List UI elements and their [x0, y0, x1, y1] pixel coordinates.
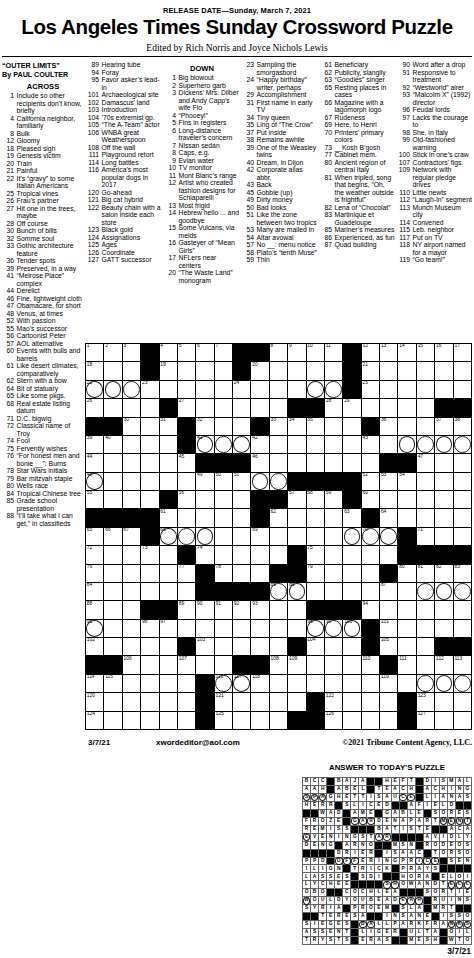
- grid-cell[interactable]: 9: [288, 344, 305, 361]
- grid-cell[interactable]: [435, 454, 452, 471]
- grid-cell[interactable]: [288, 693, 305, 710]
- grid-cell[interactable]: 26: [86, 399, 103, 416]
- grid-cell[interactable]: 41: [196, 436, 213, 453]
- grid-cell[interactable]: [343, 528, 360, 545]
- grid-cell[interactable]: 125: [215, 712, 232, 729]
- grid-cell[interactable]: [288, 509, 305, 526]
- grid-cell[interactable]: [196, 656, 213, 673]
- grid-cell[interactable]: 39: [86, 436, 103, 453]
- grid-cell[interactable]: [362, 693, 379, 710]
- grid-cell[interactable]: 68: [160, 528, 177, 545]
- grid-cell[interactable]: [454, 583, 471, 600]
- grid-cell[interactable]: [417, 620, 434, 637]
- grid-cell[interactable]: 102: [86, 638, 103, 655]
- grid-cell[interactable]: [160, 473, 177, 490]
- grid-cell[interactable]: [270, 436, 287, 453]
- grid-cell[interactable]: 98: [307, 620, 324, 637]
- grid-cell[interactable]: [417, 381, 434, 398]
- grid-cell[interactable]: [380, 546, 397, 563]
- grid-cell[interactable]: 44: [86, 454, 103, 471]
- grid-cell[interactable]: [270, 712, 287, 729]
- grid-cell[interactable]: 67: [123, 528, 140, 545]
- grid-cell[interactable]: [435, 436, 452, 453]
- grid-cell[interactable]: 19: [160, 362, 177, 379]
- grid-cell[interactable]: 36: [380, 418, 397, 435]
- grid-cell[interactable]: 120: [86, 693, 103, 710]
- grid-cell[interactable]: [380, 362, 397, 379]
- grid-cell[interactable]: [251, 693, 268, 710]
- grid-cell[interactable]: [435, 620, 452, 637]
- grid-cell[interactable]: [196, 399, 213, 416]
- grid-cell[interactable]: 61: [160, 509, 177, 526]
- grid-cell[interactable]: [160, 381, 177, 398]
- grid-cell[interactable]: 72: [86, 546, 103, 563]
- grid-cell[interactable]: [233, 565, 250, 582]
- grid-cell[interactable]: [215, 546, 232, 563]
- grid-cell[interactable]: [307, 436, 324, 453]
- grid-cell[interactable]: [141, 693, 158, 710]
- grid-cell[interactable]: 1: [86, 344, 103, 361]
- grid-cell[interactable]: [398, 362, 415, 379]
- grid-cell[interactable]: [178, 675, 195, 692]
- grid-cell[interactable]: 97: [160, 620, 177, 637]
- grid-cell[interactable]: 86: [288, 583, 305, 600]
- grid-cell[interactable]: 79: [307, 565, 324, 582]
- grid-cell[interactable]: [104, 601, 121, 618]
- grid-cell[interactable]: 24: [233, 381, 250, 398]
- grid-cell[interactable]: [270, 473, 287, 490]
- grid-cell[interactable]: [104, 362, 121, 379]
- grid-cell[interactable]: [141, 454, 158, 471]
- grid-cell[interactable]: [141, 565, 158, 582]
- grid-cell[interactable]: [380, 693, 397, 710]
- grid-cell[interactable]: [454, 509, 471, 526]
- grid-cell[interactable]: [343, 712, 360, 729]
- grid-cell[interactable]: 38: [454, 418, 471, 435]
- grid-cell[interactable]: [417, 675, 434, 692]
- grid-cell[interactable]: 113: [454, 656, 471, 673]
- grid-cell[interactable]: 111: [398, 656, 415, 673]
- grid-cell[interactable]: [288, 362, 305, 379]
- grid-cell[interactable]: [160, 712, 177, 729]
- grid-cell[interactable]: 112: [435, 656, 452, 673]
- grid-cell[interactable]: [196, 362, 213, 379]
- grid-cell[interactable]: [398, 638, 415, 655]
- grid-cell[interactable]: [215, 509, 232, 526]
- grid-cell[interactable]: [454, 620, 471, 637]
- grid-cell[interactable]: 90: [196, 601, 213, 618]
- grid-cell[interactable]: [288, 381, 305, 398]
- grid-cell[interactable]: 119: [380, 675, 397, 692]
- grid-cell[interactable]: 77: [178, 565, 195, 582]
- grid-cell[interactable]: [270, 362, 287, 379]
- grid-cell[interactable]: [196, 509, 213, 526]
- grid-cell[interactable]: 80: [398, 565, 415, 582]
- grid-cell[interactable]: [398, 491, 415, 508]
- grid-cell[interactable]: [307, 675, 324, 692]
- grid-cell[interactable]: 95: [86, 620, 103, 637]
- grid-cell[interactable]: [270, 546, 287, 563]
- grid-cell[interactable]: [123, 675, 140, 692]
- grid-cell[interactable]: 101: [380, 620, 397, 637]
- grid-cell[interactable]: [123, 491, 140, 508]
- grid-cell[interactable]: [123, 712, 140, 729]
- grid-cell[interactable]: [417, 473, 434, 490]
- grid-cell[interactable]: [178, 509, 195, 526]
- grid-cell[interactable]: [307, 381, 324, 398]
- grid-cell[interactable]: [398, 601, 415, 618]
- grid-cell[interactable]: [196, 620, 213, 637]
- grid-cell[interactable]: [380, 491, 397, 508]
- grid-cell[interactable]: [196, 528, 213, 545]
- grid-cell[interactable]: [435, 601, 452, 618]
- grid-cell[interactable]: 31: [160, 418, 177, 435]
- grid-cell[interactable]: 76: [86, 565, 103, 582]
- grid-cell[interactable]: 10: [307, 344, 324, 361]
- grid-cell[interactable]: [123, 620, 140, 637]
- grid-cell[interactable]: [362, 399, 379, 416]
- grid-cell[interactable]: [104, 454, 121, 471]
- grid-cell[interactable]: 56: [178, 491, 195, 508]
- grid-cell[interactable]: [160, 583, 177, 600]
- grid-cell[interactable]: 17: [454, 344, 471, 361]
- grid-cell[interactable]: [270, 620, 287, 637]
- grid-cell[interactable]: 5: [178, 344, 195, 361]
- grid-cell[interactable]: [270, 454, 287, 471]
- grid-cell[interactable]: [325, 583, 342, 600]
- grid-cell[interactable]: 81: [417, 565, 434, 582]
- grid-cell[interactable]: 83: [454, 565, 471, 582]
- grid-cell[interactable]: [454, 381, 471, 398]
- grid-cell[interactable]: [398, 418, 415, 435]
- grid-cell[interactable]: 49: [196, 473, 213, 490]
- grid-cell[interactable]: [417, 509, 434, 526]
- grid-cell[interactable]: [454, 454, 471, 471]
- grid-cell[interactable]: 57: [288, 491, 305, 508]
- grid-cell[interactable]: [435, 712, 452, 729]
- grid-cell[interactable]: 58: [307, 491, 324, 508]
- grid-cell[interactable]: [178, 362, 195, 379]
- grid-cell[interactable]: [288, 601, 305, 618]
- grid-cell[interactable]: [454, 473, 471, 490]
- grid-cell[interactable]: [454, 675, 471, 692]
- grid-cell[interactable]: [307, 454, 324, 471]
- grid-cell[interactable]: [325, 436, 342, 453]
- grid-cell[interactable]: 70: [362, 528, 379, 545]
- grid-cell[interactable]: [196, 381, 213, 398]
- grid-cell[interactable]: [141, 712, 158, 729]
- grid-cell[interactable]: 63: [343, 509, 360, 526]
- grid-cell[interactable]: 23: [141, 381, 158, 398]
- grid-cell[interactable]: [417, 638, 434, 655]
- grid-cell[interactable]: [325, 362, 342, 379]
- grid-cell[interactable]: [435, 509, 452, 526]
- grid-cell[interactable]: [417, 418, 434, 435]
- grid-cell[interactable]: [454, 712, 471, 729]
- grid-cell[interactable]: [123, 473, 140, 490]
- grid-cell[interactable]: [307, 509, 324, 526]
- grid-cell[interactable]: [343, 583, 360, 600]
- grid-cell[interactable]: [325, 638, 342, 655]
- grid-cell[interactable]: 52: [362, 473, 379, 490]
- grid-cell[interactable]: [454, 528, 471, 545]
- grid-cell[interactable]: [288, 675, 305, 692]
- grid-cell[interactable]: [215, 491, 232, 508]
- grid-cell[interactable]: [307, 583, 324, 600]
- grid-cell[interactable]: 35: [307, 418, 324, 435]
- grid-cell[interactable]: [233, 399, 250, 416]
- grid-cell[interactable]: [160, 546, 177, 563]
- grid-cell[interactable]: [398, 381, 415, 398]
- grid-cell[interactable]: 55: [86, 491, 103, 508]
- grid-cell[interactable]: [325, 509, 342, 526]
- grid-cell[interactable]: [270, 601, 287, 618]
- grid-cell[interactable]: 71: [417, 528, 434, 545]
- grid-cell[interactable]: [251, 712, 268, 729]
- grid-cell[interactable]: [215, 436, 232, 453]
- grid-cell[interactable]: [178, 583, 195, 600]
- grid-cell[interactable]: [362, 565, 379, 582]
- grid-cell[interactable]: [104, 583, 121, 600]
- grid-cell[interactable]: 82: [435, 565, 452, 582]
- grid-cell[interactable]: [362, 675, 379, 692]
- grid-cell[interactable]: 42: [251, 436, 268, 453]
- grid-cell[interactable]: [215, 418, 232, 435]
- grid-cell[interactable]: [160, 638, 177, 655]
- grid-cell[interactable]: [343, 656, 360, 673]
- grid-cell[interactable]: [160, 436, 177, 453]
- grid-cell[interactable]: 116: [215, 675, 232, 692]
- grid-cell[interactable]: [251, 620, 268, 637]
- grid-cell[interactable]: [123, 583, 140, 600]
- grid-cell[interactable]: [288, 528, 305, 545]
- grid-cell[interactable]: 33: [270, 418, 287, 435]
- grid-cell[interactable]: 53: [380, 473, 397, 490]
- grid-cell[interactable]: [362, 454, 379, 471]
- grid-cell[interactable]: 34: [288, 418, 305, 435]
- grid-cell[interactable]: 74: [196, 546, 213, 563]
- grid-cell[interactable]: [398, 436, 415, 453]
- grid-cell[interactable]: [104, 546, 121, 563]
- grid-cell[interactable]: [380, 601, 397, 618]
- grid-cell[interactable]: [380, 436, 397, 453]
- grid-cell[interactable]: 30: [123, 418, 140, 435]
- grid-cell[interactable]: 121: [215, 693, 232, 710]
- grid-cell[interactable]: [362, 712, 379, 729]
- grid-cell[interactable]: [141, 638, 158, 655]
- grid-cell[interactable]: [104, 693, 121, 710]
- grid-cell[interactable]: [123, 601, 140, 618]
- grid-cell[interactable]: 22: [86, 381, 103, 398]
- grid-cell[interactable]: 29: [343, 399, 360, 416]
- grid-cell[interactable]: [325, 528, 342, 545]
- grid-cell[interactable]: 110: [362, 656, 379, 673]
- grid-cell[interactable]: 96: [141, 620, 158, 637]
- grid-cell[interactable]: [251, 546, 268, 563]
- grid-cell[interactable]: 91: [215, 601, 232, 618]
- grid-cell[interactable]: [123, 436, 140, 453]
- grid-cell[interactable]: [343, 565, 360, 582]
- grid-cell[interactable]: 43: [362, 436, 379, 453]
- grid-cell[interactable]: 88: [86, 601, 103, 618]
- grid-cell[interactable]: 3: [123, 344, 140, 361]
- grid-cell[interactable]: [123, 638, 140, 655]
- grid-cell[interactable]: [178, 473, 195, 490]
- grid-cell[interactable]: [435, 381, 452, 398]
- grid-cell[interactable]: [417, 399, 434, 416]
- grid-cell[interactable]: [325, 454, 342, 471]
- grid-cell[interactable]: 107: [178, 656, 195, 673]
- grid-cell[interactable]: [417, 362, 434, 379]
- grid-cell[interactable]: 28: [325, 399, 342, 416]
- grid-cell[interactable]: [288, 454, 305, 471]
- grid-cell[interactable]: [398, 399, 415, 416]
- grid-cell[interactable]: [362, 583, 379, 600]
- grid-cell[interactable]: 89: [178, 601, 195, 618]
- grid-cell[interactable]: 6: [196, 344, 213, 361]
- grid-cell[interactable]: [233, 712, 250, 729]
- grid-cell[interactable]: 106: [123, 656, 140, 673]
- grid-cell[interactable]: [160, 565, 177, 582]
- grid-cell[interactable]: [325, 675, 342, 692]
- grid-cell[interactable]: [215, 620, 232, 637]
- grid-cell[interactable]: 45: [178, 454, 195, 471]
- grid-cell[interactable]: [435, 528, 452, 545]
- grid-cell[interactable]: [417, 436, 434, 453]
- grid-cell[interactable]: [417, 656, 434, 673]
- grid-cell[interactable]: [123, 399, 140, 416]
- grid-cell[interactable]: 103: [196, 638, 213, 655]
- grid-cell[interactable]: 60: [362, 491, 379, 508]
- grid-cell[interactable]: [380, 381, 397, 398]
- grid-cell[interactable]: [325, 418, 342, 435]
- grid-cell[interactable]: 118: [251, 675, 268, 692]
- grid-cell[interactable]: 94: [362, 601, 379, 618]
- grid-cell[interactable]: [343, 454, 360, 471]
- grid-cell[interactable]: [417, 601, 434, 618]
- grid-cell[interactable]: [454, 436, 471, 453]
- grid-cell[interactable]: 13: [380, 344, 397, 361]
- grid-cell[interactable]: [215, 528, 232, 545]
- grid-cell[interactable]: [123, 381, 140, 398]
- grid-cell[interactable]: 54: [398, 473, 415, 490]
- grid-cell[interactable]: [160, 693, 177, 710]
- grid-cell[interactable]: [270, 399, 287, 416]
- grid-cell[interactable]: [104, 381, 121, 398]
- grid-cell[interactable]: [123, 565, 140, 582]
- grid-cell[interactable]: 32: [196, 418, 213, 435]
- grid-cell[interactable]: [233, 528, 250, 545]
- grid-cell[interactable]: 127: [417, 712, 434, 729]
- grid-cell[interactable]: [215, 656, 232, 673]
- grid-cell[interactable]: [398, 675, 415, 692]
- grid-cell[interactable]: [362, 546, 379, 563]
- grid-cell[interactable]: [398, 509, 415, 526]
- grid-cell[interactable]: 92: [233, 601, 250, 618]
- grid-cell[interactable]: 93: [251, 601, 268, 618]
- grid-cell[interactable]: 62: [270, 509, 287, 526]
- grid-cell[interactable]: 14: [398, 344, 415, 361]
- grid-cell[interactable]: [343, 638, 360, 655]
- grid-cell[interactable]: [104, 712, 121, 729]
- grid-cell[interactable]: 64: [380, 509, 397, 526]
- grid-cell[interactable]: [251, 565, 268, 582]
- grid-cell[interactable]: 108: [270, 656, 287, 673]
- grid-cell[interactable]: [141, 399, 158, 416]
- grid-cell[interactable]: 21: [362, 362, 379, 379]
- grid-cell[interactable]: 47: [417, 454, 434, 471]
- grid-cell[interactable]: 100: [343, 620, 360, 637]
- grid-cell[interactable]: 117: [233, 675, 250, 692]
- grid-cell[interactable]: [454, 362, 471, 379]
- grid-cell[interactable]: 16: [435, 344, 452, 361]
- grid-cell[interactable]: [104, 399, 121, 416]
- grid-cell[interactable]: [178, 528, 195, 545]
- grid-cell[interactable]: 87: [380, 583, 397, 600]
- grid-cell[interactable]: [435, 362, 452, 379]
- grid-cell[interactable]: [325, 656, 342, 673]
- grid-cell[interactable]: 2: [104, 344, 121, 361]
- grid-cell[interactable]: 124: [86, 712, 103, 729]
- grid-cell[interactable]: 109: [288, 656, 305, 673]
- grid-cell[interactable]: 11: [325, 344, 342, 361]
- grid-cell[interactable]: [398, 620, 415, 637]
- grid-cell[interactable]: [435, 583, 452, 600]
- grid-cell[interactable]: [325, 546, 342, 563]
- grid-cell[interactable]: 78: [215, 565, 232, 582]
- grid-cell[interactable]: [325, 565, 342, 582]
- grid-cell[interactable]: 50: [215, 473, 232, 490]
- grid-cell[interactable]: [215, 399, 232, 416]
- grid-cell[interactable]: [141, 473, 158, 490]
- grid-cell[interactable]: 73: [141, 546, 158, 563]
- grid-cell[interactable]: [380, 399, 397, 416]
- grid-cell[interactable]: [251, 473, 268, 490]
- grid-cell[interactable]: [435, 675, 452, 692]
- grid-cell[interactable]: [160, 454, 177, 471]
- grid-cell[interactable]: [417, 491, 434, 508]
- grid-cell[interactable]: 66: [104, 528, 121, 545]
- grid-cell[interactable]: [233, 436, 250, 453]
- grid-cell[interactable]: 126: [325, 712, 342, 729]
- grid-cell[interactable]: [178, 693, 195, 710]
- grid-cell[interactable]: [196, 491, 213, 508]
- grid-cell[interactable]: 37: [435, 418, 452, 435]
- grid-cell[interactable]: 84: [86, 583, 103, 600]
- grid-cell[interactable]: [160, 656, 177, 673]
- grid-cell[interactable]: 122: [325, 693, 342, 710]
- grid-cell[interactable]: 25: [362, 381, 379, 398]
- grid-cell[interactable]: 48: [86, 473, 103, 490]
- grid-cell[interactable]: 7: [215, 344, 232, 361]
- grid-cell[interactable]: 99: [325, 620, 342, 637]
- grid-cell[interactable]: 105: [380, 638, 397, 655]
- grid-cell[interactable]: 75: [307, 546, 324, 563]
- grid-cell[interactable]: [435, 693, 452, 710]
- grid-cell[interactable]: [141, 675, 158, 692]
- grid-cell[interactable]: [178, 381, 195, 398]
- grid-cell[interactable]: 8: [270, 344, 287, 361]
- grid-cell[interactable]: 123: [417, 693, 434, 710]
- grid-cell[interactable]: [270, 638, 287, 655]
- grid-cell[interactable]: [233, 546, 250, 563]
- grid-cell[interactable]: [380, 528, 397, 545]
- grid-cell[interactable]: [104, 565, 121, 582]
- grid-cell[interactable]: [141, 583, 158, 600]
- grid-cell[interactable]: [104, 638, 121, 655]
- grid-cell[interactable]: [178, 620, 195, 637]
- grid-cell[interactable]: [270, 528, 287, 545]
